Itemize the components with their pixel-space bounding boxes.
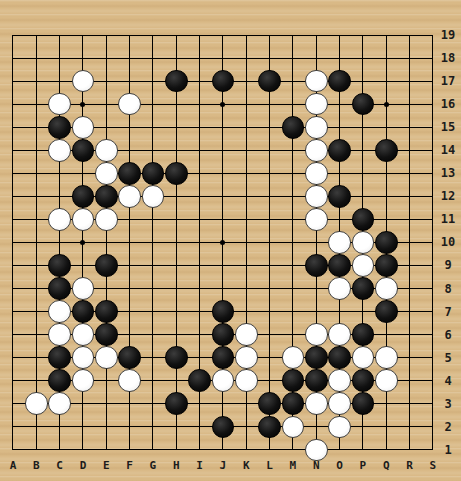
intersection-K16[interactable] [235,93,258,116]
intersection-E15[interactable] [95,116,118,139]
white-stone-E14 [95,139,118,162]
intersection-B10[interactable] [25,231,48,254]
intersection-O15[interactable] [328,116,351,139]
intersection-K19[interactable] [235,24,258,47]
intersection-I18[interactable] [188,47,211,70]
black-stone-L3 [258,392,281,415]
black-stone-N5 [305,346,328,369]
intersection-C2[interactable] [48,415,71,438]
intersection-L7[interactable] [258,300,281,323]
intersection-R17[interactable] [398,70,421,93]
intersection-F15[interactable] [118,116,141,139]
intersection-A7[interactable] [1,300,24,323]
intersection-F1[interactable] [118,438,141,461]
intersection-M1[interactable] [281,438,304,461]
intersection-P15[interactable] [351,116,374,139]
intersection-L4[interactable] [258,369,281,392]
black-stone-L2 [258,416,281,439]
intersection-I15[interactable] [188,116,211,139]
white-stone-N17 [305,70,328,93]
intersection-C13[interactable] [48,162,71,185]
intersection-B12[interactable] [25,185,48,208]
intersection-R11[interactable] [398,208,421,231]
intersection-H12[interactable] [165,185,188,208]
intersection-D16[interactable] [71,93,94,116]
row-label-16: 16 [436,93,460,116]
intersection-F4 [118,369,141,392]
intersection-M17[interactable] [281,70,304,93]
row-label-1: 1 [436,438,460,461]
intersection-F18[interactable] [118,47,141,70]
intersection-H1[interactable] [165,438,188,461]
intersection-I8[interactable] [188,277,211,300]
intersection-D4 [71,369,94,392]
intersection-I9[interactable] [188,254,211,277]
intersection-K1[interactable] [235,438,258,461]
intersection-O12 [328,185,351,208]
intersection-E8[interactable] [95,277,118,300]
intersection-M14[interactable] [281,139,304,162]
intersection-P2[interactable] [351,415,374,438]
intersection-A12[interactable] [1,185,24,208]
intersection-D9[interactable] [71,254,94,277]
intersection-F6[interactable] [118,323,141,346]
intersection-Q12[interactable] [375,185,398,208]
white-stone-O8 [328,277,351,300]
intersection-D12 [71,185,94,208]
intersection-G3[interactable] [141,392,164,415]
intersection-B14[interactable] [25,139,48,162]
intersection-Q18[interactable] [375,47,398,70]
intersection-O1[interactable] [328,438,351,461]
intersection-F19[interactable] [118,24,141,47]
intersection-A3[interactable] [1,392,24,415]
intersection-H5 [165,346,188,369]
intersection-R9[interactable] [398,254,421,277]
intersection-I13[interactable] [188,162,211,185]
intersection-D1[interactable] [71,438,94,461]
intersection-J14[interactable] [211,139,234,162]
intersection-J11[interactable] [211,208,234,231]
row-label-18: 18 [436,47,460,70]
intersection-I11[interactable] [188,208,211,231]
intersection-I7[interactable] [188,300,211,323]
intersection-P13[interactable] [351,162,374,185]
intersection-M9[interactable] [281,254,304,277]
intersection-B8[interactable] [25,277,48,300]
intersection-Q17[interactable] [375,70,398,93]
white-stone-P9 [352,254,375,277]
intersection-O19[interactable] [328,24,351,47]
intersection-A6[interactable] [1,323,24,346]
intersection-A16[interactable] [1,93,24,116]
intersection-K11[interactable] [235,208,258,231]
row-label-17: 17 [436,70,460,93]
intersection-P14[interactable] [351,139,374,162]
intersection-F14[interactable] [118,139,141,162]
black-stone-Q7 [375,300,398,323]
intersection-K9[interactable] [235,254,258,277]
intersection-F7[interactable] [118,300,141,323]
intersection-B17[interactable] [25,70,48,93]
intersection-I6[interactable] [188,323,211,346]
intersection-G7[interactable] [141,300,164,323]
intersection-R1[interactable] [398,438,421,461]
intersection-K10[interactable] [235,231,258,254]
intersection-K3[interactable] [235,392,258,415]
intersection-R5[interactable] [398,346,421,369]
intersection-Q15[interactable] [375,116,398,139]
black-stone-E6 [95,323,118,346]
intersection-Q16[interactable] [375,93,398,116]
go-board [1,24,444,462]
intersection-P18[interactable] [351,47,374,70]
intersection-R18[interactable] [398,47,421,70]
black-stone-C4 [48,369,71,392]
white-stone-F4 [118,369,141,392]
intersection-D13[interactable] [71,162,94,185]
row-label-14: 14 [436,139,460,162]
white-stone-D11 [72,208,95,231]
intersection-D6 [71,323,94,346]
intersection-K13[interactable] [235,162,258,185]
intersection-G10[interactable] [141,231,164,254]
intersection-A17[interactable] [1,70,24,93]
intersection-K17[interactable] [235,70,258,93]
intersection-O7[interactable] [328,300,351,323]
column-label-Q: Q [375,459,398,473]
column-label-R: R [398,459,421,473]
white-stone-C11 [48,208,71,231]
intersection-G6[interactable] [141,323,164,346]
intersection-O11[interactable] [328,208,351,231]
intersection-J15[interactable] [211,116,234,139]
intersection-G2[interactable] [141,415,164,438]
intersection-B6[interactable] [25,323,48,346]
intersection-E4[interactable] [95,369,118,392]
intersection-H7[interactable] [165,300,188,323]
intersection-H6[interactable] [165,323,188,346]
intersection-C1[interactable] [48,438,71,461]
intersection-F9[interactable] [118,254,141,277]
intersection-L8[interactable] [258,277,281,300]
intersection-Q9 [375,254,398,277]
intersection-I1[interactable] [188,438,211,461]
intersection-E13 [95,162,118,185]
intersection-P5 [351,346,374,369]
intersection-M10[interactable] [281,231,304,254]
intersection-J3[interactable] [211,392,234,415]
intersection-G19[interactable] [141,24,164,47]
intersection-I3[interactable] [188,392,211,415]
intersection-K8[interactable] [235,277,258,300]
intersection-G17[interactable] [141,70,164,93]
intersection-P12[interactable] [351,185,374,208]
intersection-F17[interactable] [118,70,141,93]
intersection-A11[interactable] [1,208,24,231]
intersection-C6 [48,323,71,346]
intersection-R15[interactable] [398,116,421,139]
intersection-A18[interactable] [1,47,24,70]
intersection-M16[interactable] [281,93,304,116]
black-stone-P11 [352,208,375,231]
intersection-J18[interactable] [211,47,234,70]
intersection-F11[interactable] [118,208,141,231]
intersection-C3 [48,392,71,415]
intersection-B9[interactable] [25,254,48,277]
intersection-B19[interactable] [25,24,48,47]
intersection-M3 [281,392,304,415]
intersection-C19[interactable] [48,24,71,47]
intersection-R7[interactable] [398,300,421,323]
intersection-H19[interactable] [165,24,188,47]
intersection-H15[interactable] [165,116,188,139]
intersection-K14[interactable] [235,139,258,162]
intersection-B1[interactable] [25,438,48,461]
intersection-N12 [305,185,328,208]
intersection-K12[interactable] [235,185,258,208]
intersection-D10[interactable] [71,231,94,254]
intersection-J8[interactable] [211,277,234,300]
intersection-H8[interactable] [165,277,188,300]
intersection-R16[interactable] [398,93,421,116]
column-label-I: I [188,459,211,473]
intersection-A10[interactable] [1,231,24,254]
intersection-B16[interactable] [25,93,48,116]
intersection-A15[interactable] [1,116,24,139]
intersection-E3[interactable] [95,392,118,415]
intersection-E1[interactable] [95,438,118,461]
intersection-J12[interactable] [211,185,234,208]
intersection-G8[interactable] [141,277,164,300]
intersection-L5[interactable] [258,346,281,369]
intersection-G4[interactable] [141,369,164,392]
intersection-R13[interactable] [398,162,421,185]
intersection-N19[interactable] [305,24,328,47]
intersection-H2[interactable] [165,415,188,438]
intersection-N7[interactable] [305,300,328,323]
intersection-K18[interactable] [235,47,258,70]
intersection-P6 [351,323,374,346]
intersection-H16[interactable] [165,93,188,116]
intersection-A5[interactable] [1,346,24,369]
intersection-E19[interactable] [95,24,118,47]
intersection-L6[interactable] [258,323,281,346]
intersection-J10[interactable] [211,231,234,254]
intersection-F3[interactable] [118,392,141,415]
intersection-C12[interactable] [48,185,71,208]
intersection-A1[interactable] [1,438,24,461]
intersection-Q11[interactable] [375,208,398,231]
black-stone-O9 [328,254,351,277]
intersection-H18[interactable] [165,47,188,70]
intersection-G11[interactable] [141,208,164,231]
intersection-L13[interactable] [258,162,281,185]
intersection-D3[interactable] [71,392,94,415]
intersection-A13[interactable] [1,162,24,185]
intersection-D5 [71,346,94,369]
intersection-B4[interactable] [25,369,48,392]
intersection-L10[interactable] [258,231,281,254]
white-stone-K4 [235,369,258,392]
intersection-I12[interactable] [188,185,211,208]
intersection-E2[interactable] [95,415,118,438]
intersection-P16 [351,93,374,116]
column-label-N: N [305,459,328,473]
intersection-N2[interactable] [305,415,328,438]
intersection-F8[interactable] [118,277,141,300]
intersection-I19[interactable] [188,24,211,47]
intersection-N10[interactable] [305,231,328,254]
intersection-B13[interactable] [25,162,48,185]
intersection-Q1[interactable] [375,438,398,461]
intersection-E16[interactable] [95,93,118,116]
intersection-I10[interactable] [188,231,211,254]
intersection-D14 [71,139,94,162]
intersection-I14[interactable] [188,139,211,162]
white-stone-C14 [48,139,71,162]
intersection-P1[interactable] [351,438,374,461]
white-stone-O10 [328,231,351,254]
intersection-G14[interactable] [141,139,164,162]
intersection-Q14 [375,139,398,162]
intersection-M18[interactable] [281,47,304,70]
intersection-A9[interactable] [1,254,24,277]
intersection-A14[interactable] [1,139,24,162]
intersection-F2[interactable] [118,415,141,438]
intersection-N8[interactable] [305,277,328,300]
intersection-F10[interactable] [118,231,141,254]
intersection-L14[interactable] [258,139,281,162]
intersection-L18[interactable] [258,47,281,70]
intersection-J1[interactable] [211,438,234,461]
intersection-Q2[interactable] [375,415,398,438]
intersection-G15[interactable] [141,116,164,139]
intersection-C5 [48,346,71,369]
intersection-K15[interactable] [235,116,258,139]
intersection-R19[interactable] [398,24,421,47]
intersection-H9[interactable] [165,254,188,277]
intersection-N18[interactable] [305,47,328,70]
intersection-J13[interactable] [211,162,234,185]
intersection-L12[interactable] [258,185,281,208]
intersection-C18[interactable] [48,47,71,70]
intersection-I16[interactable] [188,93,211,116]
intersection-G1[interactable] [141,438,164,461]
intersection-H11[interactable] [165,208,188,231]
intersection-N5 [305,346,328,369]
intersection-H4[interactable] [165,369,188,392]
intersection-G5[interactable] [141,346,164,369]
intersection-M12[interactable] [281,185,304,208]
intersection-L15[interactable] [258,116,281,139]
intersection-I5[interactable] [188,346,211,369]
intersection-M7[interactable] [281,300,304,323]
black-stone-Q10 [375,231,398,254]
star-point-D10 [80,240,85,245]
intersection-E18[interactable] [95,47,118,70]
intersection-L16[interactable] [258,93,281,116]
intersection-L19[interactable] [258,24,281,47]
intersection-B2[interactable] [25,415,48,438]
intersection-G9[interactable] [141,254,164,277]
intersection-R4[interactable] [398,369,421,392]
intersection-O16[interactable] [328,93,351,116]
intersection-B5[interactable] [25,346,48,369]
intersection-P19[interactable] [351,24,374,47]
intersection-B7[interactable] [25,300,48,323]
intersection-Q19[interactable] [375,24,398,47]
black-stone-J17 [212,70,235,93]
intersection-P17[interactable] [351,70,374,93]
intersection-A4[interactable] [1,369,24,392]
intersection-I2[interactable] [188,415,211,438]
intersection-M11[interactable] [281,208,304,231]
black-stone-D14 [72,139,95,162]
intersection-L9[interactable] [258,254,281,277]
intersection-D2[interactable] [71,415,94,438]
intersection-M19[interactable] [281,24,304,47]
intersection-I17[interactable] [188,70,211,93]
intersection-A2[interactable] [1,415,24,438]
intersection-G18[interactable] [141,47,164,70]
intersection-J19[interactable] [211,24,234,47]
intersection-H14[interactable] [165,139,188,162]
white-stone-O6 [328,323,351,346]
intersection-K6 [235,323,258,346]
white-stone-B3 [25,392,48,415]
intersection-R10[interactable] [398,231,421,254]
intersection-Q3[interactable] [375,392,398,415]
black-stone-Q9 [375,254,398,277]
intersection-O13[interactable] [328,162,351,185]
intersection-L11[interactable] [258,208,281,231]
intersection-M6[interactable] [281,323,304,346]
intersection-Q6[interactable] [375,323,398,346]
intersection-B11[interactable] [25,208,48,231]
intersection-C17[interactable] [48,70,71,93]
intersection-R12[interactable] [398,185,421,208]
intersection-L1[interactable] [258,438,281,461]
intersection-C10[interactable] [48,231,71,254]
intersection-M13[interactable] [281,162,304,185]
intersection-J16[interactable] [211,93,234,116]
intersection-D19[interactable] [71,24,94,47]
intersection-M8[interactable] [281,277,304,300]
intersection-R6[interactable] [398,323,421,346]
intersection-K2[interactable] [235,415,258,438]
intersection-R3[interactable] [398,392,421,415]
intersection-K7[interactable] [235,300,258,323]
intersection-R14[interactable] [398,139,421,162]
intersection-R2[interactable] [398,415,421,438]
intersection-B18[interactable] [25,47,48,70]
intersection-G16[interactable] [141,93,164,116]
intersection-B15[interactable] [25,116,48,139]
intersection-D18[interactable] [71,47,94,70]
black-stone-N4 [305,369,328,392]
intersection-R8[interactable] [398,277,421,300]
intersection-A19[interactable] [1,24,24,47]
intersection-A8[interactable] [1,277,24,300]
intersection-O18[interactable] [328,47,351,70]
intersection-E10[interactable] [95,231,118,254]
intersection-P7[interactable] [351,300,374,323]
intersection-J9[interactable] [211,254,234,277]
intersection-H10[interactable] [165,231,188,254]
intersection-E17[interactable] [95,70,118,93]
intersection-Q13[interactable] [375,162,398,185]
